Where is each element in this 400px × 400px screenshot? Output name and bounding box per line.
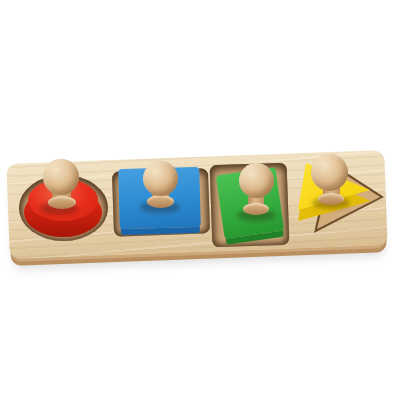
knob-base (243, 203, 269, 215)
wooden-knob[interactable] (110, 152, 215, 247)
knob-ball[interactable] (239, 163, 274, 198)
piece-blue-square[interactable] (110, 152, 215, 247)
piece-red-circle[interactable] (15, 150, 115, 250)
piece-green-square[interactable] (205, 148, 300, 253)
wooden-knob[interactable] (15, 150, 115, 250)
wooden-knob[interactable] (290, 140, 395, 240)
knob-ball[interactable] (43, 159, 79, 195)
knob-ball[interactable] (143, 161, 178, 196)
knob-base (48, 196, 76, 209)
piece-yellow-triangle[interactable] (290, 140, 395, 240)
wooden-knob[interactable] (205, 148, 300, 253)
knob-base (147, 195, 174, 208)
photo-scene (0, 0, 400, 400)
knob-base (318, 193, 344, 205)
knob-ball[interactable] (311, 154, 348, 191)
